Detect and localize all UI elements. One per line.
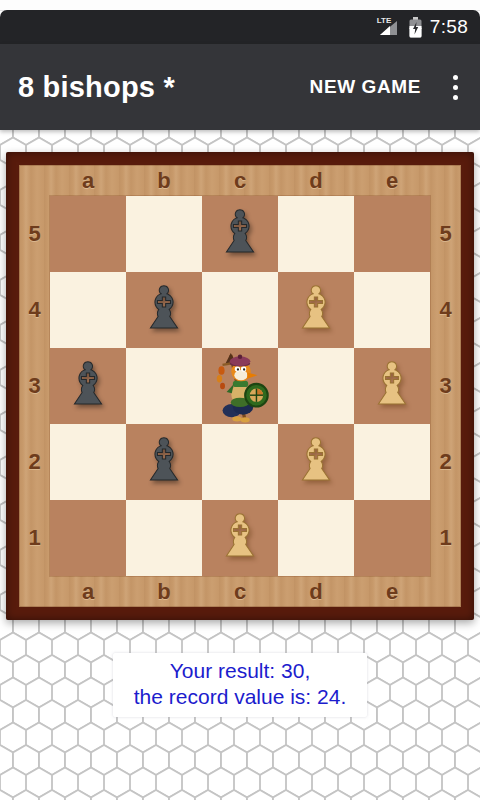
- new-game-button[interactable]: NEW GAME: [310, 76, 421, 98]
- col-label-d: d: [278, 576, 354, 607]
- white-bishop[interactable]: ♝: [366, 355, 418, 413]
- cell-signal-icon: LTE: [377, 16, 401, 38]
- square-d1[interactable]: [278, 500, 354, 576]
- square-a4[interactable]: [50, 272, 126, 348]
- col-label-b: b: [126, 165, 202, 196]
- square-c2[interactable]: [202, 424, 278, 500]
- board-labels-bottom: abcde: [50, 576, 430, 607]
- square-b5[interactable]: [126, 196, 202, 272]
- square-a5[interactable]: [50, 196, 126, 272]
- square-c1[interactable]: ♝: [202, 500, 278, 576]
- kebab-dot: [453, 75, 458, 80]
- overflow-menu-button[interactable]: [449, 69, 462, 106]
- chess-board: abcde abcde 54321 54321 ♝♝♝♝ ♝♝♝♝: [6, 152, 474, 620]
- black-bishop[interactable]: ♝: [138, 431, 190, 489]
- board-frame: abcde abcde 54321 54321 ♝♝♝♝ ♝♝♝♝: [19, 165, 461, 607]
- board-labels-top: abcde: [50, 165, 430, 196]
- square-b4[interactable]: ♝: [126, 272, 202, 348]
- square-e2[interactable]: [354, 424, 430, 500]
- square-c3[interactable]: [202, 348, 278, 424]
- result-line1: Your result: 30,: [115, 658, 365, 684]
- square-d5[interactable]: [278, 196, 354, 272]
- white-bishop[interactable]: ♝: [214, 507, 266, 565]
- row-label-5: 5: [430, 196, 461, 272]
- black-bishop[interactable]: ♝: [62, 355, 114, 413]
- row-label-4: 4: [19, 272, 50, 348]
- square-e4[interactable]: [354, 272, 430, 348]
- white-bishop[interactable]: ♝: [290, 431, 342, 489]
- status-time: 7:58: [430, 16, 468, 38]
- row-label-3: 3: [19, 348, 50, 424]
- row-label-2: 2: [430, 424, 461, 500]
- board-labels-right: 54321: [430, 196, 461, 576]
- square-b2[interactable]: ♝: [126, 424, 202, 500]
- board-labels-left: 54321: [19, 196, 50, 576]
- square-a1[interactable]: [50, 500, 126, 576]
- col-label-c: c: [202, 165, 278, 196]
- result-panel: Your result: 30, the record value is: 24…: [113, 653, 367, 717]
- board-grid: ♝♝♝♝ ♝♝♝♝: [50, 196, 430, 576]
- col-label-a: a: [50, 165, 126, 196]
- status-bar: LTE 7:58: [0, 10, 480, 44]
- square-b3[interactable]: [126, 348, 202, 424]
- row-label-3: 3: [430, 348, 461, 424]
- white-bishop[interactable]: ♝: [290, 279, 342, 337]
- square-d2[interactable]: ♝: [278, 424, 354, 500]
- col-label-a: a: [50, 576, 126, 607]
- app-bar: 8 bishops * NEW GAME: [0, 44, 480, 130]
- square-e5[interactable]: [354, 196, 430, 272]
- square-d3[interactable]: [278, 348, 354, 424]
- square-e3[interactable]: ♝: [354, 348, 430, 424]
- black-bishop[interactable]: ♝: [214, 203, 266, 261]
- square-a2[interactable]: [50, 424, 126, 500]
- row-label-1: 1: [430, 500, 461, 576]
- row-label-4: 4: [430, 272, 461, 348]
- kebab-dot: [453, 95, 458, 100]
- mascot-duck-knight-icon: [209, 351, 271, 425]
- col-label-d: d: [278, 165, 354, 196]
- col-label-e: e: [354, 165, 430, 196]
- square-e1[interactable]: [354, 500, 430, 576]
- result-line2: the record value is: 24.: [115, 684, 365, 710]
- square-c5[interactable]: ♝: [202, 196, 278, 272]
- square-a3[interactable]: ♝: [50, 348, 126, 424]
- battery-charging-icon: [409, 17, 422, 38]
- col-label-b: b: [126, 576, 202, 607]
- col-label-c: c: [202, 576, 278, 607]
- square-d4[interactable]: ♝: [278, 272, 354, 348]
- col-label-e: e: [354, 576, 430, 607]
- square-c4[interactable]: [202, 272, 278, 348]
- app-title: 8 bishops *: [18, 71, 310, 104]
- row-label-2: 2: [19, 424, 50, 500]
- black-bishop[interactable]: ♝: [138, 279, 190, 337]
- row-label-5: 5: [19, 196, 50, 272]
- kebab-dot: [453, 85, 458, 90]
- row-label-1: 1: [19, 500, 50, 576]
- square-b1[interactable]: [126, 500, 202, 576]
